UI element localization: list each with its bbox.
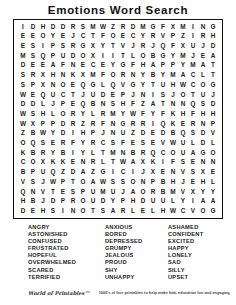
grid-cell-r10c13: F <box>138 109 148 119</box>
grid-cell-r5c10: Y <box>108 61 118 71</box>
grid-cell-r2c8: T <box>88 32 98 42</box>
grid-cell-r17c14: P <box>148 177 158 187</box>
grid-cell-r8c12: J <box>128 90 138 100</box>
grid-cell-r19c18: I <box>188 197 198 207</box>
grid-cell-r1c6: R <box>68 22 78 32</box>
grid-cell-r14c2: B <box>28 148 38 158</box>
grid-cell-r20c13: E <box>138 206 148 216</box>
grid-cell-r4c9: I <box>98 51 108 61</box>
grid-cell-r10c3: H <box>38 109 48 119</box>
grid-cell-r17c16: H <box>168 177 178 187</box>
grid-cell-r7c20: G <box>208 80 218 90</box>
grid-cell-r16c7: A <box>78 167 88 177</box>
grid-cell-r7c12: G <box>128 80 138 90</box>
grid-cell-r7c19: O <box>198 80 208 90</box>
grid-cell-r16c19: X <box>198 167 208 177</box>
grid-cell-r1c20: G <box>208 22 218 32</box>
grid-cell-r4c3: Q <box>38 51 48 61</box>
grid-cell-r10c7: Y <box>78 109 88 119</box>
grid-cell-r19c8: U <box>88 197 98 207</box>
grid-cell-r14c20: O <box>208 148 218 158</box>
grid-cell-r11c1: W <box>18 119 28 129</box>
grid-cell-r7c18: C <box>188 80 198 90</box>
grid-cell-r2c18: I <box>188 32 198 42</box>
grid-cell-r12c3: W <box>38 129 48 139</box>
grid-cell-r13c14: E <box>148 138 158 148</box>
grid-cell-r18c6: S <box>68 187 78 197</box>
grid-cell-r18c14: R <box>148 187 158 197</box>
grid-cell-r15c2: O <box>28 158 38 168</box>
word-item: HOPEFUL <box>28 252 105 259</box>
grid-cell-r9c16: N <box>168 100 178 110</box>
grid-cell-r11c12: R <box>128 119 138 129</box>
grid-cell-r6c17: A <box>178 70 188 80</box>
grid-cell-r4c4: P <box>48 51 58 61</box>
grid-cell-r5c12: F <box>128 61 138 71</box>
grid-cell-r4c12: L <box>128 51 138 61</box>
grid-cell-r15c4: K <box>48 158 58 168</box>
grid-cell-r8c4: U <box>48 90 58 100</box>
grid-cell-r3c12: J <box>128 41 138 51</box>
grid-cell-r20c8: T <box>88 206 98 216</box>
grid-cell-r13c20: L <box>208 138 218 148</box>
grid-cell-r14c1: K <box>18 148 28 158</box>
grid-cell-r19c2: B <box>28 197 38 207</box>
grid-cell-r8c7: J <box>78 90 88 100</box>
word-item: JEALOUS <box>105 252 168 259</box>
grid-cell-r5c19: A <box>198 61 208 71</box>
grid-cell-r15c15: I <box>158 158 168 168</box>
grid-cell-r1c9: W <box>98 22 108 32</box>
grid-cell-r12c13: D <box>138 129 148 139</box>
grid-cell-r5c1: D <box>18 61 28 71</box>
grid-cell-r3c1: E <box>18 41 28 51</box>
grid-cell-r1c4: D <box>48 22 58 32</box>
word-item: CONFIDENT <box>168 231 203 238</box>
grid-cell-r15c11: W <box>118 158 128 168</box>
word-list-column-2: ANXIOUSBOREDDEPRESSEDGRUMPYJEALOUSPROUDS… <box>105 224 168 281</box>
grid-cell-r14c6: I <box>68 148 78 158</box>
grid-cell-r8c13: N <box>138 90 148 100</box>
grid-cell-r3c17: X <box>178 41 188 51</box>
grid-cell-r20c15: H <box>158 206 168 216</box>
grid-cell-r2c7: C <box>78 32 88 42</box>
grid-cell-r18c7: P <box>78 187 88 197</box>
grid-cell-r6c12: N <box>128 70 138 80</box>
grid-cell-r17c3: J <box>38 177 48 187</box>
grid-cell-r7c13: Y <box>138 80 148 90</box>
grid-cell-r3c20: D <box>208 41 218 51</box>
grid-cell-r14c12: B <box>128 148 138 158</box>
grid-cell-r8c19: U <box>198 90 208 100</box>
grid-cell-r20c18: V <box>188 206 198 216</box>
grid-cell-r10c12: W <box>128 109 138 119</box>
grid-cell-r1c18: I <box>188 22 198 32</box>
grid-cell-r16c2: P <box>28 167 38 177</box>
grid-cell-r16c8: Z <box>88 167 98 177</box>
grid-cell-r2c19: R <box>198 32 208 42</box>
grid-cell-r3c11: V <box>118 41 128 51</box>
grid-cell-r10c1: W <box>18 109 28 119</box>
grid-cell-r3c13: R <box>138 41 148 51</box>
grid-cell-r12c1: Z <box>18 129 28 139</box>
grid-cell-r4c15: G <box>158 51 168 61</box>
grid-cell-r17c1: V <box>18 177 28 187</box>
grid-cell-r16c11: C <box>118 167 128 177</box>
publisher-logo: World of Printables™ <box>28 290 90 296</box>
grid-cell-r19c1: H <box>18 197 28 207</box>
word-item: ASHAMED <box>168 224 203 231</box>
grid-cell-r12c6: I <box>68 129 78 139</box>
grid-cell-r4c8: X <box>88 51 98 61</box>
grid-cell-r4c18: J <box>188 51 198 61</box>
grid-cell-r17c4: W <box>48 177 58 187</box>
grid-cell-r1c1: I <box>18 22 28 32</box>
grid-cell-r14c13: R <box>138 148 148 158</box>
grid-cell-r6c14: B <box>148 70 158 80</box>
grid-cell-r19c12: H <box>128 197 138 207</box>
grid-cell-r17c17: J <box>178 177 188 187</box>
grid-cell-r7c15: U <box>158 80 168 90</box>
grid-cell-r18c12: A <box>128 187 138 197</box>
word-item: GRUMPY <box>105 245 168 252</box>
grid-cell-r17c18: E <box>188 177 198 187</box>
grid-cell-r4c5: U <box>58 51 68 61</box>
grid-cell-r4c1: M <box>18 51 28 61</box>
grid-cell-r19c19: A <box>198 197 208 207</box>
grid-cell-r2c17: Z <box>178 32 188 42</box>
grid-cell-r3c5: S <box>58 41 68 51</box>
grid-cell-r16c1: B <box>18 167 28 177</box>
grid-cell-r11c15: Q <box>158 119 168 129</box>
grid-cell-r18c18: X <box>188 187 198 197</box>
grid-cell-r20c7: O <box>78 206 88 216</box>
grid-cell-r13c19: D <box>198 138 208 148</box>
grid-cell-r7c7: Q <box>78 80 88 90</box>
grid-cell-r10c10: M <box>108 109 118 119</box>
grid-cell-r14c11: N <box>118 148 128 158</box>
grid-cell-r1c19: N <box>198 22 208 32</box>
grid-cell-r20c20: G <box>208 206 218 216</box>
grid-cell-r10c2: S <box>28 109 38 119</box>
grid-cell-r12c11: U <box>118 129 128 139</box>
grid-cell-r17c8: A <box>88 177 98 187</box>
grid-cell-r5c16: P <box>168 61 178 71</box>
grid-cell-r19c13: D <box>138 197 148 207</box>
grid-cell-r6c3: X <box>38 70 48 80</box>
grid-cell-r11c13: R <box>138 119 148 129</box>
grid-cell-r20c3: H <box>38 206 48 216</box>
grid-cell-r4c11: T <box>118 51 128 61</box>
grid-cell-r16c13: J <box>138 167 148 177</box>
word-item: PROUD <box>105 259 168 266</box>
grid-cell-r20c11: R <box>118 206 128 216</box>
grid-cell-r20c1: D <box>18 206 28 216</box>
grid-cell-r18c19: Y <box>198 187 208 197</box>
grid-cell-r16c5: Z <box>58 167 68 177</box>
grid-cell-r12c7: H <box>78 129 88 139</box>
grid-cell-r18c4: T <box>48 187 58 197</box>
grid-cell-r12c8: P <box>88 129 98 139</box>
grid-cell-r5c17: Y <box>178 61 188 71</box>
grid-cell-r2c14: R <box>148 32 158 42</box>
grid-cell-r12c19: D <box>198 129 208 139</box>
grid-cell-r19c3: J <box>38 197 48 207</box>
grid-cell-r1c11: R <box>118 22 128 32</box>
grid-cell-r9c17: N <box>178 100 188 110</box>
grid-cell-r6c6: K <box>68 70 78 80</box>
grid-cell-r5c20: T <box>208 61 218 71</box>
grid-cell-r13c1: O <box>18 138 28 148</box>
grid-cell-r11c17: E <box>178 119 188 129</box>
grid-cell-r16c10: I <box>108 167 118 177</box>
grid-cell-r15c10: T <box>108 158 118 168</box>
grid-cell-r6c15: Y <box>158 70 168 80</box>
grid-cell-r2c1: E <box>18 32 28 42</box>
grid-cell-r19c20: A <box>208 197 218 207</box>
footer-tagline: 1000's of free printables to help make k… <box>99 290 230 295</box>
grid-cell-r5c15: P <box>158 61 168 71</box>
grid-cell-r18c2: N <box>28 187 38 197</box>
grid-cell-r11c19: N <box>198 119 208 129</box>
grid-cell-r7c1: S <box>18 80 28 90</box>
grid-cell-r17c11: S <box>118 177 128 187</box>
grid-cell-r17c2: S <box>28 177 38 187</box>
grid-cell-r2c9: F <box>98 32 108 42</box>
grid-cell-r8c8: U <box>88 90 98 100</box>
grid-cell-r5c7: E <box>78 61 88 71</box>
grid-cell-r14c10: M <box>108 148 118 158</box>
grid-cell-r18c11: J <box>118 187 128 197</box>
grid-cell-r5c14: A <box>148 61 158 71</box>
word-item: SAD <box>168 259 203 266</box>
word-item: SILLY <box>168 267 203 274</box>
grid-cell-r15c13: X <box>138 158 148 168</box>
grid-cell-r9c14: A <box>148 100 158 110</box>
word-item: DEPRESSED <box>105 238 168 245</box>
grid-cell-r7c4: N <box>48 80 58 90</box>
grid-cell-r14c17: U <box>178 148 188 158</box>
grid-cell-r14c7: Y <box>78 148 88 158</box>
grid-cell-r7c2: P <box>28 80 38 90</box>
grid-cell-r3c10: T <box>108 41 118 51</box>
grid-cell-r19c10: Y <box>108 197 118 207</box>
grid-cell-r18c15: B <box>158 187 168 197</box>
grid-cell-r3c19: J <box>198 41 208 51</box>
grid-cell-r6c4: H <box>48 70 58 80</box>
grid-cell-r7c6: E <box>68 80 78 90</box>
grid-cell-r15c9: L <box>98 158 108 168</box>
grid-cell-r15c14: K <box>148 158 158 168</box>
grid-cell-r14c8: L <box>88 148 98 158</box>
grid-cell-r16c18: S <box>188 167 198 177</box>
grid-cell-r7c5: O <box>58 80 68 90</box>
grid-cell-r13c5: R <box>58 138 68 148</box>
grid-cell-r2c15: V <box>158 32 168 42</box>
grid-cell-r1c14: G <box>148 22 158 32</box>
grid-cell-r5c8: C <box>88 61 98 71</box>
grid-cell-r9c18: Q <box>188 100 198 110</box>
grid-cell-r9c9: N <box>98 100 108 110</box>
grid-cell-r3c16: F <box>168 41 178 51</box>
grid-cell-r1c8: M <box>88 22 98 32</box>
grid-cell-r6c2: R <box>28 70 38 80</box>
grid-cell-r8c10: E <box>108 90 118 100</box>
grid-cell-r8c14: I <box>148 90 158 100</box>
grid-cell-r5c5: F <box>58 61 68 71</box>
grid-cell-r8c6: T <box>68 90 78 100</box>
grid-cell-r20c12: L <box>128 206 138 216</box>
grid-cell-r16c12: I <box>128 167 138 177</box>
grid-cell-r2c6: J <box>68 32 78 42</box>
grid-cell-r11c18: R <box>188 119 198 129</box>
grid-cell-r13c15: V <box>158 138 168 148</box>
grid-cell-r16c16: N <box>168 167 178 177</box>
word-list-column-3: ASHAMEDCONFIDENTEXCITEDHAPPYLONELYSADSIL… <box>168 224 203 281</box>
grid-cell-r12c4: Y <box>48 129 58 139</box>
grid-cell-r17c19: H <box>198 177 208 187</box>
word-item: ANGRY <box>28 224 105 231</box>
grid-cell-r8c2: E <box>28 90 38 100</box>
grid-cell-r18c9: M <box>98 187 108 197</box>
grid-cell-r8c18: T <box>188 90 198 100</box>
grid-cell-r6c19: L <box>198 70 208 80</box>
grid-cell-r19c17: Y <box>178 197 188 207</box>
grid-cell-r13c7: Y <box>78 138 88 148</box>
grid-cell-r13c11: F <box>118 138 128 148</box>
grid-cell-r13c16: W <box>168 138 178 148</box>
grid-cell-r9c15: T <box>158 100 168 110</box>
grid-cell-r19c4: D <box>48 197 58 207</box>
grid-cell-r5c3: E <box>38 61 48 71</box>
grid-cell-r19c5: P <box>58 197 68 207</box>
grid-cell-r6c5: N <box>58 70 68 80</box>
grid-cell-r3c8: X <box>88 41 98 51</box>
grid-cell-r11c4: P <box>48 119 58 129</box>
grid-cell-r4c14: B <box>148 51 158 61</box>
grid-cell-r13c12: E <box>128 138 138 148</box>
grid-cell-r10c17: H <box>178 109 188 119</box>
grid-cell-r2c13: Y <box>138 32 148 42</box>
grid-cell-r15c1: C <box>18 158 28 168</box>
word-item: HAPPY <box>168 245 203 252</box>
grid-cell-r6c1: S <box>18 70 28 80</box>
grid-cell-r11c14: I <box>148 119 158 129</box>
grid-cell-r3c15: Q <box>158 41 168 51</box>
grid-cell-r1c3: H <box>38 22 48 32</box>
grid-cell-r9c4: J <box>48 100 58 110</box>
grid-cell-r10c14: Y <box>148 109 158 119</box>
grid-cell-r19c15: U <box>158 197 168 207</box>
grid-cell-r12c5: D <box>58 129 68 139</box>
grid-cell-r13c10: S <box>108 138 118 148</box>
grid-cell-r9c19: S <box>198 100 208 110</box>
grid-cell-r7c9: L <box>98 80 108 90</box>
grid-cell-r12c10: N <box>108 129 118 139</box>
grid-cell-r16c20: E <box>208 167 218 177</box>
grid-cell-r16c15: E <box>158 167 168 177</box>
grid-cell-r3c7: G <box>78 41 88 51</box>
grid-cell-r1c16: X <box>168 22 178 32</box>
grid-cell-r15c3: X <box>38 158 48 168</box>
grid-cell-r10c11: Y <box>118 109 128 119</box>
grid-cell-r18c20: Y <box>208 187 218 197</box>
grid-cell-r7c11: V <box>118 80 128 90</box>
grid-cell-r13c6: F <box>68 138 78 148</box>
grid-cell-r11c6: R <box>68 119 78 129</box>
word-item: UPSET <box>168 274 203 281</box>
grid-cell-r3c14: J <box>148 41 158 51</box>
grid-cell-r10c4: L <box>48 109 58 119</box>
grid-cell-r4c7: O <box>78 51 88 61</box>
grid-cell-r11c2: X <box>28 119 38 129</box>
grid-cell-r2c11: E <box>118 32 128 42</box>
grid-cell-r7c17: W <box>178 80 188 90</box>
grid-cell-r10c6: R <box>68 109 78 119</box>
grid-cell-r18c17: V <box>178 187 188 197</box>
grid-cell-r8c3: Q <box>38 90 48 100</box>
grid-cell-r13c3: S <box>38 138 48 148</box>
grid-cell-r9c3: L <box>38 100 48 110</box>
grid-cell-r5c2: E <box>28 61 38 71</box>
grid-cell-r9c11: H <box>118 100 128 110</box>
grid-cell-r19c9: D <box>98 197 108 207</box>
word-item: BORED <box>105 231 168 238</box>
grid-cell-r5c18: M <box>188 61 198 71</box>
grid-cell-r6c16: M <box>168 70 178 80</box>
grid-cell-r2c3: O <box>38 32 48 42</box>
grid-cell-r7c16: H <box>168 80 178 90</box>
grid-cell-r10c9: R <box>98 109 108 119</box>
grid-cell-r2c4: Y <box>48 32 58 42</box>
word-list-column-1: ANGRYASTONISHEDCONFUSEDFRUSTRATEDHOPEFUL… <box>28 224 105 281</box>
grid-cell-r11c11: G <box>118 119 128 129</box>
grid-cell-r17c15: B <box>158 177 168 187</box>
grid-cell-r7c10: Q <box>108 80 118 90</box>
grid-cell-r17c10: S <box>108 177 118 187</box>
grid-cell-r1c5: D <box>58 22 68 32</box>
grid-cell-r9c20: D <box>208 100 218 110</box>
grid-cell-r3c18: U <box>188 41 198 51</box>
grid-cell-r14c5: B <box>58 148 68 158</box>
grid-cell-r3c9: Y <box>98 41 108 51</box>
word-item: ANXIOUS <box>105 224 168 231</box>
grid-cell-r15c17: S <box>178 158 188 168</box>
grid-cell-r20c2: E <box>28 206 38 216</box>
grid-cell-r11c5: D <box>58 119 68 129</box>
grid-cell-r14c18: A <box>188 148 198 158</box>
grid-cell-r17c12: O <box>128 177 138 187</box>
grid-cell-r9c10: S <box>108 100 118 110</box>
grid-cell-r3c3: I <box>38 41 48 51</box>
grid-cell-r10c16: K <box>168 109 178 119</box>
grid-cell-r10c18: F <box>188 109 198 119</box>
grid-cell-r13c9: C <box>98 138 108 148</box>
grid-cell-r10c5: O <box>58 109 68 119</box>
grid-cell-r9c5: P <box>58 100 68 110</box>
word-item: UNHAPPY <box>105 274 168 281</box>
word-item: OVERWHELMED <box>28 259 105 266</box>
grid-cell-r1c12: D <box>128 22 138 32</box>
grid-cell-r4c20: A <box>208 51 218 61</box>
grid-cell-r8c5: C <box>58 90 68 100</box>
grid-cell-r18c10: U <box>108 187 118 197</box>
page-title: Emotions Word Search <box>0 0 236 16</box>
grid-cell-r9c12: F <box>128 100 138 110</box>
grid-cell-r4c10: I <box>108 51 118 61</box>
grid-cell-r19c14: U <box>148 197 158 207</box>
grid-cell-r1c2: D <box>28 22 38 32</box>
